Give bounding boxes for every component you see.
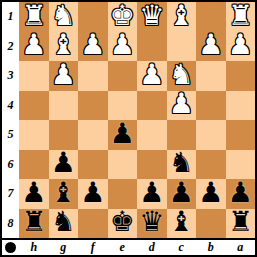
rank-label-1: 1 — [2, 2, 19, 32]
white-pawn-icon[interactable]: ♟ — [139, 61, 164, 89]
square-a2[interactable]: ♟ — [226, 32, 256, 62]
square-e6[interactable] — [108, 150, 138, 180]
square-b5[interactable] — [196, 120, 226, 150]
square-f7[interactable]: ♟ — [78, 179, 108, 209]
square-e8[interactable]: ♚ — [108, 209, 138, 239]
square-f3[interactable] — [78, 61, 108, 91]
square-f4[interactable] — [78, 91, 108, 121]
white-pawn-icon[interactable]: ♟ — [228, 32, 253, 60]
black-bishop-icon[interactable]: ♝ — [51, 179, 76, 207]
square-d4[interactable] — [137, 91, 167, 121]
square-d2[interactable] — [137, 32, 167, 62]
square-d6[interactable] — [137, 150, 167, 180]
black-pawn-icon[interactable]: ♟ — [80, 179, 105, 207]
board-area: 12345678 ♜♞♚♛♝♜♟♝♟♟♟♟♟♟♞♟♟♟♞♟♝♟♟♟♟♟♜♞♚♛♝… — [2, 2, 255, 238]
square-c7[interactable]: ♟ — [167, 179, 197, 209]
square-b1[interactable] — [196, 2, 226, 32]
side-to-move-indicator-icon — [5, 242, 16, 253]
square-g6[interactable]: ♟ — [49, 150, 79, 180]
square-g5[interactable] — [49, 120, 79, 150]
black-pawn-icon[interactable]: ♟ — [139, 179, 164, 207]
rank-label-6: 6 — [2, 150, 19, 180]
white-pawn-icon[interactable]: ♟ — [169, 91, 194, 119]
rank-labels: 12345678 — [2, 2, 19, 238]
square-a3[interactable] — [226, 61, 256, 91]
white-king-icon[interactable]: ♚ — [110, 2, 135, 30]
black-bishop-icon[interactable]: ♝ — [169, 209, 194, 237]
square-b7[interactable]: ♟ — [196, 179, 226, 209]
square-b6[interactable] — [196, 150, 226, 180]
black-knight-icon[interactable]: ♞ — [169, 150, 194, 178]
square-g3[interactable]: ♟ — [49, 61, 79, 91]
rank-label-8: 8 — [2, 209, 19, 239]
black-pawn-icon[interactable]: ♟ — [21, 179, 46, 207]
white-pawn-icon[interactable]: ♟ — [198, 32, 223, 60]
square-g4[interactable] — [49, 91, 79, 121]
square-a5[interactable] — [226, 120, 256, 150]
square-g7[interactable]: ♝ — [49, 179, 79, 209]
file-labels: hgfedcba — [19, 240, 255, 255]
file-label-b: b — [196, 240, 226, 255]
square-h4[interactable] — [19, 91, 49, 121]
file-label-d: d — [137, 240, 167, 255]
square-g8[interactable]: ♞ — [49, 209, 79, 239]
indicator-cell — [2, 240, 19, 255]
black-pawn-icon[interactable]: ♟ — [169, 179, 194, 207]
white-pawn-icon[interactable]: ♟ — [21, 32, 46, 60]
white-rook-icon[interactable]: ♜ — [228, 2, 253, 30]
square-g1[interactable]: ♞ — [49, 2, 79, 32]
square-d5[interactable] — [137, 120, 167, 150]
white-pawn-icon[interactable]: ♟ — [80, 32, 105, 60]
square-g2[interactable]: ♝ — [49, 32, 79, 62]
black-rook-icon[interactable]: ♜ — [228, 209, 253, 237]
board: ♜♞♚♛♝♜♟♝♟♟♟♟♟♟♞♟♟♟♞♟♝♟♟♟♟♟♜♞♚♛♝♜ — [19, 2, 255, 238]
square-f1[interactable] — [78, 2, 108, 32]
file-label-f: f — [78, 240, 108, 255]
black-pawn-icon[interactable]: ♟ — [51, 150, 76, 178]
square-c5[interactable] — [167, 120, 197, 150]
rank-label-3: 3 — [2, 61, 19, 91]
square-b8[interactable] — [196, 209, 226, 239]
square-d8[interactable]: ♛ — [137, 209, 167, 239]
square-b3[interactable] — [196, 61, 226, 91]
white-pawn-icon[interactable]: ♟ — [51, 61, 76, 89]
square-a4[interactable] — [226, 91, 256, 121]
square-c2[interactable] — [167, 32, 197, 62]
square-f8[interactable] — [78, 209, 108, 239]
square-h6[interactable] — [19, 150, 49, 180]
black-pawn-icon[interactable]: ♟ — [110, 120, 135, 148]
file-label-c: c — [167, 240, 197, 255]
square-e7[interactable] — [108, 179, 138, 209]
square-c3[interactable]: ♞ — [167, 61, 197, 91]
square-a1[interactable]: ♜ — [226, 2, 256, 32]
black-knight-icon[interactable]: ♞ — [51, 209, 76, 237]
square-h3[interactable] — [19, 61, 49, 91]
black-queen-icon[interactable]: ♛ — [139, 209, 164, 237]
square-e2[interactable]: ♟ — [108, 32, 138, 62]
file-label-a: a — [226, 240, 256, 255]
square-c1[interactable]: ♝ — [167, 2, 197, 32]
square-e1[interactable]: ♚ — [108, 2, 138, 32]
rank-label-2: 2 — [2, 32, 19, 62]
square-f5[interactable] — [78, 120, 108, 150]
coordinate-strip: hgfedcba — [2, 238, 255, 255]
square-c8[interactable]: ♝ — [167, 209, 197, 239]
square-c6[interactable]: ♞ — [167, 150, 197, 180]
square-a6[interactable] — [226, 150, 256, 180]
square-d7[interactable]: ♟ — [137, 179, 167, 209]
black-pawn-icon[interactable]: ♟ — [228, 179, 253, 207]
square-e3[interactable] — [108, 61, 138, 91]
square-h5[interactable] — [19, 120, 49, 150]
white-knight-icon[interactable]: ♞ — [169, 61, 194, 89]
white-rook-icon[interactable]: ♜ — [21, 2, 46, 30]
white-bishop-icon[interactable]: ♝ — [51, 32, 76, 60]
rank-label-7: 7 — [2, 179, 19, 209]
square-f6[interactable] — [78, 150, 108, 180]
square-e4[interactable] — [108, 91, 138, 121]
square-h2[interactable]: ♟ — [19, 32, 49, 62]
square-h8[interactable]: ♜ — [19, 209, 49, 239]
square-b2[interactable]: ♟ — [196, 32, 226, 62]
black-king-icon[interactable]: ♚ — [110, 209, 135, 237]
file-label-g: g — [49, 240, 79, 255]
black-rook-icon[interactable]: ♜ — [21, 209, 46, 237]
square-c4[interactable]: ♟ — [167, 91, 197, 121]
square-f2[interactable]: ♟ — [78, 32, 108, 62]
black-pawn-icon[interactable]: ♟ — [198, 179, 223, 207]
white-knight-icon[interactable]: ♞ — [51, 2, 76, 30]
white-bishop-icon[interactable]: ♝ — [169, 2, 194, 30]
square-h1[interactable]: ♜ — [19, 2, 49, 32]
file-label-e: e — [108, 240, 138, 255]
square-d1[interactable]: ♛ — [137, 2, 167, 32]
file-label-h: h — [19, 240, 49, 255]
square-h7[interactable]: ♟ — [19, 179, 49, 209]
white-pawn-icon[interactable]: ♟ — [110, 32, 135, 60]
square-e5[interactable]: ♟ — [108, 120, 138, 150]
square-d3[interactable]: ♟ — [137, 61, 167, 91]
square-a8[interactable]: ♜ — [226, 209, 256, 239]
white-queen-icon[interactable]: ♛ — [139, 2, 164, 30]
square-b4[interactable] — [196, 91, 226, 121]
chess-diagram: 12345678 ♜♞♚♛♝♜♟♝♟♟♟♟♟♟♞♟♟♟♞♟♝♟♟♟♟♟♜♞♚♛♝… — [0, 0, 257, 257]
square-a7[interactable]: ♟ — [226, 179, 256, 209]
rank-label-5: 5 — [2, 120, 19, 150]
rank-label-4: 4 — [2, 91, 19, 121]
